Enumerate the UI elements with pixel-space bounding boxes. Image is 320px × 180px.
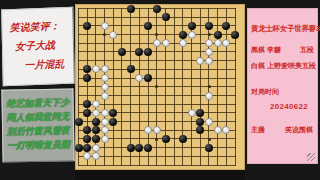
black-stone xyxy=(205,144,213,152)
black-stone xyxy=(127,5,135,13)
white-stone xyxy=(92,144,100,152)
black-stone xyxy=(205,22,213,30)
black-stone xyxy=(153,5,161,13)
white-player-rank: 五段 xyxy=(302,61,316,71)
poem-line: 绝艺如君天下少 xyxy=(2,95,72,110)
white-stone xyxy=(101,109,109,117)
black-stone xyxy=(144,22,152,30)
status-strip xyxy=(75,170,245,180)
white-stone xyxy=(162,39,170,47)
game-info-panel: 黄龙士杯女子世界赛3 黑棋 李赫 五段 白棋 上野爱咲美 五段 对局时间 202… xyxy=(247,8,318,164)
poem-line: 一灯明暗复吴图 xyxy=(3,137,73,152)
star-point xyxy=(208,138,211,141)
white-stone xyxy=(101,65,109,73)
black-stone xyxy=(179,31,187,39)
black-stone xyxy=(75,144,83,152)
white-stone xyxy=(205,57,213,65)
poem-panel: 绝艺如君天下少 闲人似我世间无 别后竹窗风雪夜 一灯明暗复吴图 xyxy=(1,88,74,162)
black-stone xyxy=(83,144,91,152)
white-stone xyxy=(101,83,109,91)
star-point xyxy=(208,33,211,36)
commentary-card: 笑说笑评： 女子大战 一片混乱 xyxy=(1,7,75,87)
white-stone xyxy=(214,126,222,134)
black-stone xyxy=(92,118,100,126)
white-stone xyxy=(101,92,109,100)
black-stone xyxy=(188,22,196,30)
game-date: 20240622 xyxy=(270,102,317,111)
white-stone xyxy=(188,31,196,39)
white-stone xyxy=(101,22,109,30)
white-stone xyxy=(101,118,109,126)
black-stone xyxy=(162,13,170,21)
black-stone xyxy=(118,48,126,56)
commentary-line: 一片混乱 xyxy=(24,55,73,74)
resize-grip-icon[interactable] xyxy=(307,153,315,161)
host-name: 笑说围棋 xyxy=(285,125,313,135)
event-title: 黄龙士杯女子世界赛3 xyxy=(251,24,315,34)
white-player-name: 上野爱咲美 xyxy=(267,61,302,71)
white-label: 白棋 xyxy=(251,61,267,71)
white-stone xyxy=(92,109,100,117)
black-stone xyxy=(109,118,117,126)
white-stone xyxy=(101,135,109,143)
game-time-label: 对局时间 xyxy=(251,87,317,97)
black-stone xyxy=(75,118,83,126)
poem-line: 别后竹窗风雪夜 xyxy=(3,123,73,138)
host-label: 主播 xyxy=(251,125,265,135)
white-stone xyxy=(109,31,117,39)
host-row: 主播 笑说围棋 xyxy=(251,125,314,135)
white-stone xyxy=(205,118,213,126)
white-stone xyxy=(205,48,213,56)
black-stone xyxy=(144,144,152,152)
star-point xyxy=(155,138,158,141)
black-stone xyxy=(162,135,170,143)
commentary-line: 女子大战 xyxy=(15,36,73,55)
black-label: 黑棋 xyxy=(251,45,267,55)
black-stone xyxy=(214,31,222,39)
black-stone xyxy=(179,135,187,143)
white-stone xyxy=(214,39,222,47)
poem-line: 闲人似我世间无 xyxy=(3,109,73,124)
black-stone xyxy=(127,144,135,152)
white-stone xyxy=(101,126,109,134)
black-stone xyxy=(196,118,204,126)
go-board[interactable] xyxy=(75,4,245,170)
commentary-title: 笑说笑评： xyxy=(9,17,72,36)
star-point xyxy=(208,85,211,88)
white-stone xyxy=(196,57,204,65)
black-player-name: 李赫 xyxy=(267,45,300,55)
white-player-row: 白棋 上野爱咲美 五段 xyxy=(251,61,314,71)
white-stone xyxy=(205,92,213,100)
white-stone xyxy=(188,109,196,117)
black-player-rank: 五段 xyxy=(300,45,314,55)
black-stone xyxy=(92,135,100,143)
white-stone xyxy=(101,74,109,82)
broadcast-screen: 笑说笑评： 女子大战 一片混乱 绝艺如君天下少 闲人似我世间无 别后竹窗风雪夜 … xyxy=(0,0,320,180)
black-player-row: 黑棋 李赫 五段 xyxy=(251,45,314,55)
black-stone xyxy=(231,31,239,39)
